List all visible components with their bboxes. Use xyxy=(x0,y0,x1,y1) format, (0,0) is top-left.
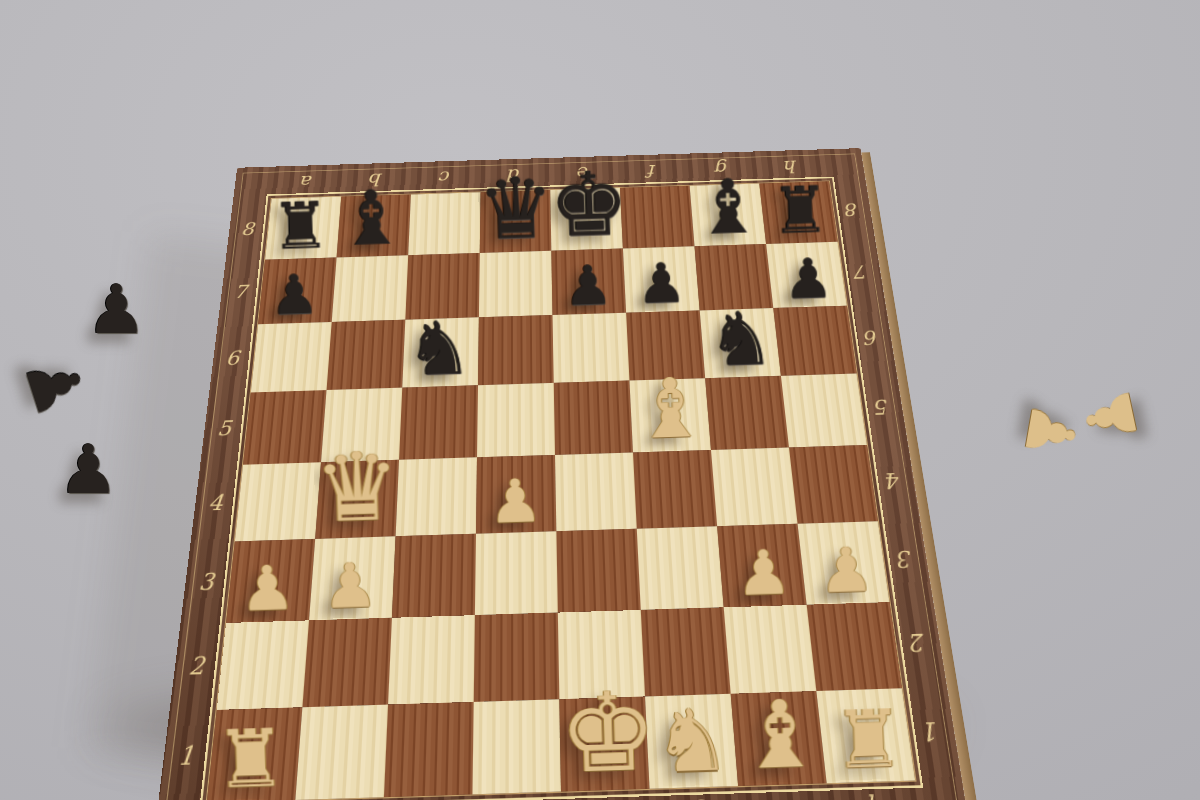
square-b4[interactable]: ♛ xyxy=(315,460,399,539)
file-label-d: d xyxy=(480,161,550,190)
square-h4[interactable] xyxy=(789,445,878,524)
square-a8[interactable]: ♜ xyxy=(265,197,341,260)
square-h3[interactable]: ♟ xyxy=(798,521,890,605)
file-label-g: g xyxy=(737,784,831,800)
file-label-e: e xyxy=(549,159,619,188)
piece-white-pawn-g3[interactable]: ♟ xyxy=(721,541,806,605)
square-f7[interactable]: ♟ xyxy=(623,246,700,312)
square-c8[interactable] xyxy=(408,192,480,255)
piece-white-knight-f1[interactable]: ♞ xyxy=(647,697,738,786)
square-b3[interactable]: ♟ xyxy=(309,536,396,620)
square-a3[interactable]: ♟ xyxy=(226,539,315,623)
square-h1[interactable]: ♜ xyxy=(816,688,915,783)
rank-label-2: 2 xyxy=(172,622,221,710)
square-d7[interactable] xyxy=(479,251,553,318)
chess-board: ♜♝♛♚♝♜♟♟♟♟♞♞♝♛♟♟♟♟♟♜♚♞♝♜ abcdefgh abcdef… xyxy=(152,148,970,800)
square-g5[interactable] xyxy=(705,376,789,450)
rank-label-8: 8 xyxy=(228,198,268,260)
file-label-c: c xyxy=(410,163,480,192)
square-b8[interactable]: ♝ xyxy=(337,194,411,257)
piece-black-knight-c6[interactable]: ♞ xyxy=(400,310,478,386)
rank-label-5: 5 xyxy=(202,392,246,465)
file-label-h: h xyxy=(826,782,921,800)
square-g3[interactable]: ♟ xyxy=(717,524,806,608)
square-c2[interactable] xyxy=(388,615,475,704)
square-c6[interactable]: ♞ xyxy=(402,317,479,387)
square-d8[interactable]: ♛ xyxy=(480,190,552,253)
piece-white-bishop-g1[interactable]: ♝ xyxy=(735,687,826,783)
rank-label-6: 6 xyxy=(211,324,253,393)
square-e5[interactable] xyxy=(554,381,633,455)
square-d3[interactable] xyxy=(475,531,558,615)
square-e8[interactable]: ♚ xyxy=(550,188,623,251)
file-label-f: f xyxy=(618,157,689,186)
square-e7[interactable]: ♟ xyxy=(551,249,626,315)
square-e6[interactable] xyxy=(553,313,630,383)
square-b6[interactable] xyxy=(327,320,406,390)
square-h8[interactable]: ♜ xyxy=(759,181,837,244)
file-label-f: f xyxy=(649,787,741,800)
captured-black-pawn-standing[interactable]: ♟ xyxy=(58,436,119,504)
rank-label-7: 7 xyxy=(220,259,261,324)
square-h5[interactable] xyxy=(781,373,867,447)
square-h6[interactable] xyxy=(773,306,856,376)
square-h7[interactable]: ♟ xyxy=(766,242,847,308)
square-f8[interactable] xyxy=(620,186,695,249)
square-d6[interactable] xyxy=(478,315,554,385)
file-label-h: h xyxy=(755,152,828,181)
square-e3[interactable] xyxy=(556,529,640,613)
square-b2[interactable] xyxy=(302,618,392,707)
square-a4[interactable] xyxy=(235,462,321,541)
square-b1[interactable] xyxy=(295,705,388,800)
square-f3[interactable] xyxy=(637,526,724,610)
rank-label-3: 3 xyxy=(183,541,230,624)
square-g4[interactable] xyxy=(711,448,798,527)
file-label-b: b xyxy=(341,165,412,194)
captured-black-pawn-lying[interactable]: ♟ xyxy=(13,347,97,426)
square-f5[interactable]: ♝ xyxy=(629,378,711,452)
square-e4[interactable] xyxy=(555,452,637,531)
board-squares-grid: ♜♝♛♚♝♜♟♟♟♟♞♞♝♛♟♟♟♟♟♜♚♞♝♜ xyxy=(206,181,917,800)
piece-black-pawn-a7[interactable]: ♟ xyxy=(257,266,332,323)
square-g8[interactable]: ♝ xyxy=(690,183,766,246)
photo-of-chess-position: ♜♝♛♚♝♜♟♟♟♟♞♞♝♛♟♟♟♟♟♜♚♞♝♜ abcdefgh abcdef… xyxy=(0,0,1200,800)
scene: ♜♝♛♚♝♜♟♟♟♟♞♞♝♛♟♟♟♟♟♜♚♞♝♜ abcdefgh abcdef… xyxy=(128,84,1028,784)
piece-white-pawn-b3[interactable]: ♟ xyxy=(308,554,393,618)
captured-black-pawn-standing[interactable]: ♟ xyxy=(86,276,147,344)
file-label-g: g xyxy=(686,154,758,183)
rank-label-4: 4 xyxy=(193,464,238,542)
piece-black-pawn-f7[interactable]: ♟ xyxy=(624,255,699,312)
square-d5[interactable] xyxy=(477,383,555,457)
square-g6[interactable]: ♞ xyxy=(700,308,781,378)
rank-label-1: 1 xyxy=(160,709,211,800)
square-h2[interactable] xyxy=(807,602,902,691)
piece-black-rook-h8[interactable]: ♜ xyxy=(764,177,837,243)
piece-white-pawn-a3[interactable]: ♟ xyxy=(225,557,310,621)
square-e1[interactable]: ♚ xyxy=(559,696,649,791)
square-c1[interactable] xyxy=(384,702,474,797)
square-a2[interactable] xyxy=(217,620,309,710)
square-f4[interactable] xyxy=(633,450,717,529)
square-c4[interactable] xyxy=(396,457,477,536)
piece-black-pawn-e7[interactable]: ♟ xyxy=(551,257,626,314)
piece-white-pawn-d4[interactable]: ♟ xyxy=(474,470,556,532)
file-label-a: a xyxy=(271,167,343,196)
square-g1[interactable]: ♝ xyxy=(731,691,827,786)
piece-white-pawn-h3[interactable]: ♟ xyxy=(804,538,889,602)
piece-black-knight-g6[interactable]: ♞ xyxy=(702,301,780,377)
piece-white-queen-b4[interactable]: ♛ xyxy=(313,440,396,537)
captured-white-pawn-lying[interactable]: ♟ xyxy=(1073,381,1148,450)
square-c3[interactable] xyxy=(392,534,476,618)
piece-white-rook-h1[interactable]: ♜ xyxy=(823,698,914,780)
piece-white-rook-a1[interactable]: ♜ xyxy=(205,718,296,800)
board-frame: ♜♝♛♚♝♜♟♟♟♟♞♞♝♛♟♟♟♟♟♜♚♞♝♜ abcdefgh abcdef… xyxy=(152,148,970,800)
square-c5[interactable] xyxy=(399,385,478,459)
square-d1[interactable] xyxy=(472,699,561,794)
square-f1[interactable]: ♞ xyxy=(645,694,738,789)
square-a7[interactable]: ♟ xyxy=(258,258,337,325)
square-b7[interactable] xyxy=(332,255,408,322)
piece-white-bishop-f5[interactable]: ♝ xyxy=(630,367,710,451)
piece-white-king-e1[interactable]: ♚ xyxy=(558,677,650,788)
square-d4[interactable]: ♟ xyxy=(476,455,556,534)
square-d2[interactable] xyxy=(474,613,560,702)
square-a6[interactable] xyxy=(251,322,332,392)
piece-black-pawn-h7[interactable]: ♟ xyxy=(771,250,846,307)
square-a1[interactable]: ♜ xyxy=(207,707,303,800)
piece-black-rook-a8[interactable]: ♜ xyxy=(264,193,337,259)
